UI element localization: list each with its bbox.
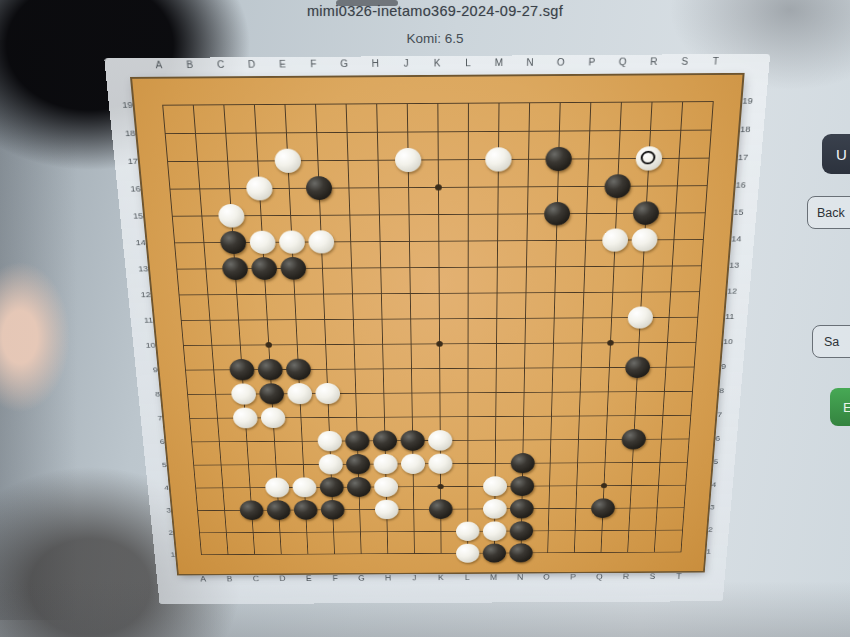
- black-stone-N5[interactable]: [510, 453, 534, 473]
- white-stone-L1[interactable]: [456, 543, 479, 562]
- star-point-K16: [435, 184, 442, 190]
- col-label-bottom-S: S: [644, 573, 662, 581]
- black-stone-C14[interactable]: [219, 230, 246, 253]
- black-stone-Q3[interactable]: [590, 498, 614, 518]
- col-label-top-C: C: [210, 59, 231, 70]
- white-stone-K5[interactable]: [428, 453, 452, 473]
- white-stone-H5[interactable]: [373, 453, 397, 473]
- row-label-right-18: 18: [740, 124, 762, 134]
- col-label-top-G: G: [334, 58, 354, 69]
- black-stone-C13[interactable]: [221, 257, 248, 280]
- black-stone-M1[interactable]: [482, 543, 505, 562]
- row-label-right-19: 19: [742, 95, 765, 105]
- row-label-left-4: 4: [149, 483, 169, 491]
- col-label-bottom-F: F: [326, 575, 343, 583]
- white-stone-F8[interactable]: [315, 383, 340, 404]
- black-stone-D13[interactable]: [250, 257, 277, 280]
- black-stone-R15[interactable]: [632, 201, 659, 225]
- row-label-left-3: 3: [151, 506, 171, 514]
- row-label-left-19: 19: [110, 99, 133, 109]
- black-stone-R6[interactable]: [621, 429, 646, 450]
- row-label-left-5: 5: [147, 460, 167, 468]
- col-label-bottom-T: T: [670, 573, 688, 581]
- row-label-right-1: 1: [706, 547, 726, 555]
- col-label-top-H: H: [365, 58, 385, 69]
- white-stone-F5[interactable]: [318, 454, 343, 474]
- finger-blur: [0, 262, 70, 412]
- col-label-top-K: K: [427, 58, 447, 69]
- white-stone-J17[interactable]: [394, 147, 421, 171]
- black-stone-K3[interactable]: [428, 499, 452, 519]
- black-stone-E13[interactable]: [280, 257, 307, 280]
- star-point-Q10: [607, 340, 614, 346]
- black-stone-F16[interactable]: [305, 176, 332, 200]
- black-stone-N1[interactable]: [509, 543, 533, 562]
- board-frame: 1919181817171616151514141313121211111010…: [104, 54, 770, 605]
- col-label-top-T: T: [705, 56, 726, 67]
- col-label-bottom-H: H: [379, 574, 396, 582]
- col-label-bottom-Q: Q: [591, 573, 608, 581]
- black-stone-D3[interactable]: [266, 500, 291, 520]
- white-stone-R17[interactable]: [635, 146, 663, 170]
- left-shadow: [0, 40, 100, 620]
- row-label-right-4: 4: [711, 480, 731, 488]
- col-label-top-O: O: [551, 57, 571, 68]
- row-label-left-16: 16: [119, 184, 141, 194]
- black-stone-F4[interactable]: [319, 477, 344, 497]
- row-label-right-14: 14: [731, 234, 753, 244]
- white-stone-E8[interactable]: [286, 383, 311, 404]
- white-stone-H3[interactable]: [374, 499, 398, 519]
- col-label-top-N: N: [520, 57, 540, 68]
- sgf-filename: mimi0326-inetamo369-2024-09-27.sgf: [150, 3, 720, 19]
- row-label-right-2: 2: [708, 525, 728, 533]
- white-stone-M4[interactable]: [483, 476, 507, 496]
- row-label-right-8: 8: [719, 386, 740, 395]
- black-stone-R9[interactable]: [624, 356, 650, 378]
- col-label-bottom-G: G: [353, 574, 370, 582]
- white-stone-H4[interactable]: [374, 477, 398, 497]
- black-stone-E9[interactable]: [285, 358, 311, 379]
- black-stone-J6[interactable]: [400, 430, 424, 451]
- white-stone-F6[interactable]: [317, 430, 342, 451]
- col-label-bottom-R: R: [617, 573, 634, 581]
- row-label-left-10: 10: [135, 340, 156, 349]
- white-stone-E14[interactable]: [278, 230, 305, 253]
- undo-button[interactable]: U: [822, 134, 850, 174]
- black-stone-N3[interactable]: [510, 498, 534, 518]
- row-label-left-14: 14: [124, 237, 146, 247]
- black-stone-C3[interactable]: [239, 500, 264, 520]
- black-stone-F3[interactable]: [320, 500, 344, 520]
- star-point-Q4: [600, 483, 606, 488]
- row-label-left-7: 7: [142, 414, 163, 423]
- star-point-K4: [437, 484, 443, 489]
- row-label-right-17: 17: [738, 152, 760, 162]
- row-label-left-1: 1: [156, 550, 176, 558]
- star-point-D10: [265, 342, 272, 348]
- row-label-right-11: 11: [725, 312, 746, 321]
- row-label-right-16: 16: [735, 180, 757, 190]
- col-label-bottom-B: B: [221, 575, 239, 583]
- col-label-top-D: D: [241, 59, 262, 70]
- black-stone-G4[interactable]: [346, 477, 370, 497]
- white-stone-M2[interactable]: [482, 521, 506, 540]
- col-label-top-L: L: [458, 58, 478, 69]
- row-label-left-11: 11: [132, 315, 153, 324]
- col-label-top-J: J: [396, 58, 416, 69]
- row-label-left-2: 2: [154, 528, 174, 536]
- row-label-right-9: 9: [721, 362, 742, 371]
- black-stone-N4[interactable]: [510, 476, 534, 496]
- row-label-right-10: 10: [723, 337, 744, 346]
- col-label-bottom-L: L: [459, 574, 476, 582]
- star-point-K10: [436, 341, 442, 347]
- col-label-bottom-D: D: [274, 575, 291, 583]
- black-stone-D9[interactable]: [257, 358, 283, 379]
- go-board[interactable]: [132, 75, 742, 574]
- row-label-left-13: 13: [127, 264, 149, 273]
- back-button[interactable]: Back: [807, 196, 850, 229]
- white-stone-D7[interactable]: [260, 407, 285, 428]
- row-label-left-17: 17: [116, 156, 138, 166]
- col-label-bottom-P: P: [564, 573, 581, 581]
- white-stone-D14[interactable]: [249, 230, 276, 253]
- white-stone-E17[interactable]: [274, 148, 301, 172]
- white-stone-D4[interactable]: [264, 477, 289, 497]
- black-stone-H6[interactable]: [372, 430, 397, 451]
- white-stone-D16[interactable]: [245, 176, 272, 200]
- black-stone-Q16[interactable]: [604, 174, 631, 198]
- black-stone-D8[interactable]: [258, 383, 284, 404]
- col-label-bottom-N: N: [512, 573, 529, 581]
- black-stone-G6[interactable]: [345, 430, 370, 451]
- col-label-bottom-J: J: [406, 574, 423, 582]
- col-label-top-P: P: [582, 57, 602, 68]
- row-label-left-15: 15: [122, 211, 144, 221]
- black-stone-O17[interactable]: [545, 146, 572, 170]
- row-label-right-6: 6: [715, 434, 735, 442]
- row-label-left-8: 8: [140, 390, 161, 399]
- col-label-top-S: S: [674, 56, 695, 67]
- black-stone-O15[interactable]: [543, 201, 569, 225]
- row-label-right-13: 13: [729, 260, 750, 269]
- black-stone-C9[interactable]: [228, 359, 254, 380]
- black-stone-E3[interactable]: [293, 500, 318, 520]
- save-button[interactable]: Sa: [812, 325, 850, 358]
- black-stone-N2[interactable]: [509, 521, 533, 540]
- col-label-top-R: R: [643, 56, 664, 67]
- white-stone-L2[interactable]: [456, 521, 479, 540]
- col-label-bottom-K: K: [432, 574, 449, 582]
- row-label-right-15: 15: [733, 207, 755, 217]
- col-label-bottom-C: C: [247, 575, 265, 583]
- row-label-right-12: 12: [727, 286, 748, 295]
- row-label-right-7: 7: [717, 410, 737, 419]
- col-label-bottom-A: A: [194, 575, 212, 583]
- white-stone-C7[interactable]: [232, 407, 258, 428]
- col-label-bottom-O: O: [538, 573, 555, 581]
- row-label-left-12: 12: [130, 290, 151, 299]
- white-stone-Q14[interactable]: [601, 228, 628, 251]
- white-stone-M17[interactable]: [485, 147, 511, 171]
- row-label-left-9: 9: [137, 365, 158, 374]
- white-stone-E4[interactable]: [292, 477, 317, 497]
- white-stone-K6[interactable]: [428, 430, 452, 451]
- row-label-left-18: 18: [113, 128, 135, 138]
- white-stone-R14[interactable]: [631, 228, 658, 251]
- row-label-right-3: 3: [710, 503, 730, 511]
- white-stone-J5[interactable]: [400, 453, 424, 473]
- black-stone-G5[interactable]: [345, 454, 370, 474]
- komi-label: Komi: 6.5: [150, 31, 720, 46]
- col-label-top-A: A: [148, 60, 169, 71]
- white-stone-C8[interactable]: [230, 383, 256, 404]
- col-label-top-F: F: [303, 59, 323, 70]
- row-label-right-5: 5: [713, 457, 733, 465]
- col-label-bottom-E: E: [300, 575, 317, 583]
- col-label-top-E: E: [272, 59, 292, 70]
- col-label-top-B: B: [179, 59, 200, 70]
- col-label-top-M: M: [489, 57, 509, 68]
- row-label-left-6: 6: [144, 437, 164, 445]
- col-label-top-Q: Q: [613, 57, 633, 68]
- col-label-bottom-M: M: [485, 574, 502, 582]
- white-stone-R11[interactable]: [627, 306, 653, 328]
- last-move-marker: [640, 151, 655, 165]
- white-stone-F14[interactable]: [308, 230, 335, 253]
- white-stone-M3[interactable]: [483, 499, 507, 519]
- export-button[interactable]: E: [830, 388, 850, 426]
